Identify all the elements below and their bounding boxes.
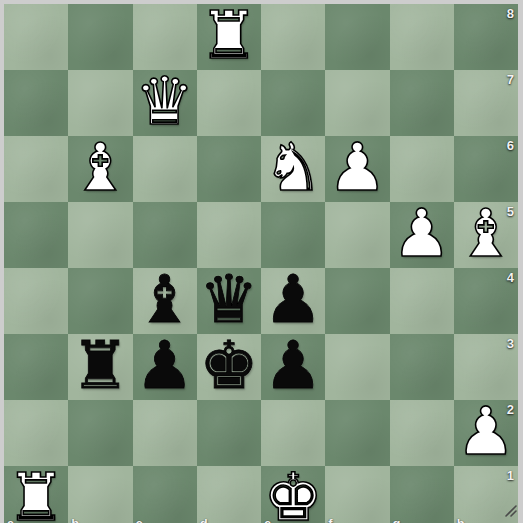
square-f8[interactable] — [325, 4, 389, 70]
square-d2[interactable] — [197, 400, 261, 466]
square-h8[interactable]: 8 — [454, 4, 518, 70]
square-c1[interactable]: c — [133, 466, 197, 523]
square-a6[interactable] — [4, 136, 68, 202]
square-b7[interactable] — [68, 70, 132, 136]
piece-white-pawn[interactable]: ♟ — [456, 399, 515, 465]
square-b1[interactable]: b — [68, 466, 132, 523]
square-e8[interactable] — [261, 4, 325, 70]
piece-black-rook[interactable]: ♜ — [71, 333, 130, 399]
rank-label-6: 6 — [507, 139, 514, 152]
square-f4[interactable] — [325, 268, 389, 334]
square-f7[interactable] — [325, 70, 389, 136]
square-a4[interactable] — [4, 268, 68, 334]
chess-board-frame: ♜8♛7♝♞♟6♟♝5♝♛♟4♜♟♚♟3♟2♜abcd♚efgh1 — [0, 0, 523, 523]
piece-black-pawn[interactable]: ♟ — [264, 333, 323, 399]
square-d5[interactable] — [197, 202, 261, 268]
rank-label-4: 4 — [507, 271, 514, 284]
chess-board: ♜8♛7♝♞♟6♟♝5♝♛♟4♜♟♚♟3♟2♜abcd♚efgh1 — [4, 4, 518, 518]
square-f2[interactable] — [325, 400, 389, 466]
square-e1[interactable]: ♚e — [261, 466, 325, 523]
square-e6[interactable]: ♞ — [261, 136, 325, 202]
piece-black-pawn[interactable]: ♟ — [264, 267, 323, 333]
square-b5[interactable] — [68, 202, 132, 268]
rank-label-8: 8 — [507, 7, 514, 20]
square-g7[interactable] — [390, 70, 454, 136]
resize-handle-icon[interactable] — [504, 504, 517, 517]
square-g8[interactable] — [390, 4, 454, 70]
square-d6[interactable] — [197, 136, 261, 202]
square-c4[interactable]: ♝ — [133, 268, 197, 334]
square-d1[interactable]: d — [197, 466, 261, 523]
square-e2[interactable] — [261, 400, 325, 466]
square-f1[interactable]: f — [325, 466, 389, 523]
square-d3[interactable]: ♚ — [197, 334, 261, 400]
square-e7[interactable] — [261, 70, 325, 136]
square-c7[interactable]: ♛ — [133, 70, 197, 136]
file-label-f: f — [328, 517, 332, 523]
square-h6[interactable]: 6 — [454, 136, 518, 202]
square-c6[interactable] — [133, 136, 197, 202]
square-g6[interactable] — [390, 136, 454, 202]
piece-black-pawn[interactable]: ♟ — [135, 333, 194, 399]
square-b8[interactable] — [68, 4, 132, 70]
file-label-g: g — [393, 517, 401, 523]
square-b4[interactable] — [68, 268, 132, 334]
file-label-c: c — [136, 517, 143, 523]
square-a5[interactable] — [4, 202, 68, 268]
square-b6[interactable]: ♝ — [68, 136, 132, 202]
file-label-d: d — [200, 517, 208, 523]
square-d4[interactable]: ♛ — [197, 268, 261, 334]
square-a1[interactable]: ♜a — [4, 466, 68, 523]
piece-white-king[interactable]: ♚ — [264, 465, 323, 523]
piece-white-queen[interactable]: ♛ — [135, 69, 194, 135]
square-d8[interactable]: ♜ — [197, 4, 261, 70]
piece-white-rook[interactable]: ♜ — [7, 465, 66, 523]
rank-label-7: 7 — [507, 73, 514, 86]
square-c5[interactable] — [133, 202, 197, 268]
square-d7[interactable] — [197, 70, 261, 136]
square-a2[interactable] — [4, 400, 68, 466]
square-a8[interactable] — [4, 4, 68, 70]
square-f6[interactable]: ♟ — [325, 136, 389, 202]
square-c3[interactable]: ♟ — [133, 334, 197, 400]
rank-label-1: 1 — [507, 469, 514, 482]
square-e3[interactable]: ♟ — [261, 334, 325, 400]
piece-black-king[interactable]: ♚ — [199, 333, 258, 399]
square-e5[interactable] — [261, 202, 325, 268]
piece-white-knight[interactable]: ♞ — [264, 135, 323, 201]
square-b2[interactable] — [68, 400, 132, 466]
square-g5[interactable]: ♟ — [390, 202, 454, 268]
square-g2[interactable] — [390, 400, 454, 466]
piece-white-bishop[interactable]: ♝ — [71, 135, 130, 201]
square-f3[interactable] — [325, 334, 389, 400]
piece-black-bishop[interactable]: ♝ — [135, 267, 194, 333]
rank-label-3: 3 — [507, 337, 514, 350]
file-label-h: h — [457, 517, 465, 523]
piece-white-pawn[interactable]: ♟ — [328, 135, 387, 201]
square-e4[interactable]: ♟ — [261, 268, 325, 334]
square-b3[interactable]: ♜ — [68, 334, 132, 400]
file-label-b: b — [71, 517, 79, 523]
square-a3[interactable] — [4, 334, 68, 400]
square-g4[interactable] — [390, 268, 454, 334]
square-h2[interactable]: ♟2 — [454, 400, 518, 466]
piece-white-bishop[interactable]: ♝ — [456, 201, 515, 267]
square-g3[interactable] — [390, 334, 454, 400]
square-g1[interactable]: g — [390, 466, 454, 523]
piece-black-queen[interactable]: ♛ — [199, 267, 258, 333]
square-a7[interactable] — [4, 70, 68, 136]
piece-white-rook[interactable]: ♜ — [199, 3, 258, 69]
square-c8[interactable] — [133, 4, 197, 70]
square-h4[interactable]: 4 — [454, 268, 518, 334]
square-h3[interactable]: 3 — [454, 334, 518, 400]
piece-white-pawn[interactable]: ♟ — [392, 201, 451, 267]
square-h5[interactable]: ♝5 — [454, 202, 518, 268]
square-f5[interactable] — [325, 202, 389, 268]
square-h7[interactable]: 7 — [454, 70, 518, 136]
square-c2[interactable] — [133, 400, 197, 466]
